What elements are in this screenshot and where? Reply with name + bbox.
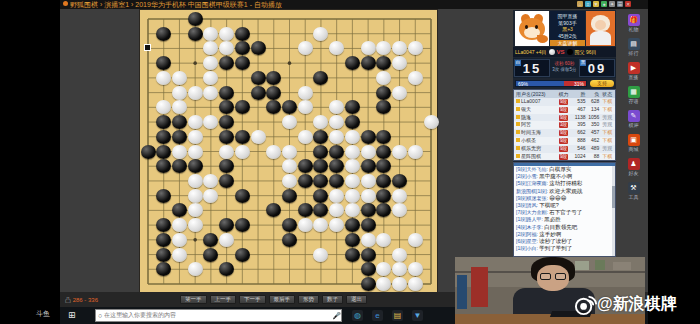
- rail-label: 排行: [629, 50, 639, 57]
- player-avatar-fox[interactable]: [515, 11, 549, 46]
- black-stone: [282, 233, 297, 247]
- black-stone: [313, 189, 328, 203]
- table-header-cell: 用户名(2023): [514, 90, 555, 98]
- rail-icon: 🎁: [628, 14, 640, 26]
- black-stone: [251, 41, 266, 55]
- black-stone: [361, 277, 376, 291]
- rail-item-排行[interactable]: ▤排行: [628, 38, 640, 57]
- white-stone: [156, 71, 171, 85]
- black-stone: [235, 130, 250, 144]
- table-row[interactable]: 隐逸9段11381056旁观: [514, 114, 615, 122]
- white-stone: [203, 27, 218, 41]
- black-stone: [251, 86, 266, 100]
- store-icon[interactable]: ▼: [412, 310, 423, 321]
- vs-label: VS: [557, 49, 565, 55]
- screenshot-root: 野狐围棋 › 演播室1 › 2019华为手机杯 中国围棋甲级联赛1 - 自动播放…: [0, 0, 700, 324]
- rail-icon: ⚒: [628, 182, 640, 194]
- white-stone: [172, 218, 187, 232]
- viewer-table-rows: LLa00079段535628下棋银天9段467134下棋隐逸9段1138105…: [514, 98, 615, 160]
- white-stone: [251, 130, 266, 144]
- black-stone: [235, 248, 250, 262]
- rail-item-存谱[interactable]: ▦存谱: [628, 86, 640, 105]
- board-control-button[interactable]: 第一手: [180, 295, 207, 304]
- black-stone: [156, 130, 171, 144]
- edge-icon[interactable]: e: [372, 310, 383, 321]
- white-stone: [172, 145, 187, 159]
- white-stone: [408, 277, 423, 291]
- white-stone: [188, 174, 203, 188]
- rail-icon: ▤: [628, 38, 640, 50]
- white-stone: [345, 145, 360, 159]
- white-stone: [172, 248, 187, 262]
- black-stone: [361, 218, 376, 232]
- info-line: 45胜2负: [550, 33, 585, 40]
- chat-line: [9段]棋迷老张: 😄😄😄: [514, 195, 615, 202]
- black-stone: [172, 115, 187, 129]
- black-stone: [361, 130, 376, 144]
- white-stone: [172, 233, 187, 247]
- timer-notes: 读秒 60秒 3次 保留5分: [550, 61, 579, 73]
- weibo-eye-icon: [574, 293, 597, 316]
- board-control-button[interactable]: 最后手: [269, 295, 296, 304]
- black-stone: [376, 130, 391, 144]
- stream-room-id: 凸 286 - 336: [65, 296, 98, 305]
- rail-label: 直播: [629, 74, 639, 81]
- table-header-cell: 负: [586, 90, 600, 98]
- white-stone: [203, 189, 218, 203]
- douyu-watermark: 斗鱼: [36, 309, 50, 319]
- white-stone: [361, 145, 376, 159]
- mic-icon: 🎤: [332, 312, 341, 320]
- user-icon: [516, 115, 520, 119]
- black-stone: [392, 174, 407, 188]
- board-control-button[interactable]: 下一手: [239, 295, 266, 304]
- cortana-icon[interactable]: ◍: [352, 310, 363, 321]
- black-stone: [376, 86, 391, 100]
- user-icon: [516, 122, 520, 126]
- taskbar-icons: ◍e▤▼: [352, 310, 423, 321]
- white-stone: [219, 233, 234, 247]
- black-stone: [156, 248, 171, 262]
- streamer-glasses: [540, 273, 566, 280]
- close-icon[interactable]: ✕: [625, 1, 631, 7]
- black-stone: [361, 262, 376, 276]
- black-stone: [188, 12, 203, 26]
- avatar-face: [595, 20, 606, 30]
- white-stone: [298, 130, 313, 144]
- sina-watermark: @新浪棋牌: [574, 293, 677, 316]
- white-stone: [408, 233, 423, 247]
- search-placeholder: 在这里输入你要搜索的内容: [104, 311, 332, 320]
- black-stone-icon: [567, 49, 573, 55]
- side-icon-rail: 🎁礼物▤排行▶直播▦存谱✎棋评▣商城♟好友⚒工具: [620, 14, 647, 201]
- explorer-icon[interactable]: ▤: [392, 310, 403, 321]
- white-stone: [329, 189, 344, 203]
- letterbox-right: [648, 0, 700, 324]
- refresh-icon[interactable]: ●: [601, 1, 607, 7]
- user-icon: [516, 138, 520, 142]
- timer-row: 白15 读秒 60秒 3次 保留5分 黑09: [513, 58, 616, 78]
- chat-line: [9段]天外飞仙: 白棋厚实: [514, 166, 615, 173]
- white-stone: [313, 248, 328, 262]
- white-stone: [345, 174, 360, 188]
- rail-item-好友[interactable]: ♟好友: [628, 158, 640, 177]
- black-stone: [235, 218, 250, 232]
- support-button[interactable]: 支持: [590, 80, 614, 87]
- support-left-pct: 69%: [518, 81, 528, 87]
- black-stone: [141, 145, 156, 159]
- black-stone: [345, 233, 360, 247]
- white-stone: [188, 189, 203, 203]
- viewer-table[interactable]: 用户名(2023)棋力胜负状态 LLa00079段535628下棋银天9段467…: [513, 89, 616, 161]
- start-button[interactable]: ⊞: [68, 311, 77, 320]
- webcam-shelf-item: [595, 260, 605, 270]
- fox-tail-icon: [537, 35, 548, 43]
- table-row[interactable]: 星阵围棋9段102488下棋: [514, 153, 615, 161]
- white-stone: [172, 71, 187, 85]
- chat-line: [5段]江湖夜雨: 这劫打得精彩: [514, 180, 615, 187]
- black-stone: [156, 189, 171, 203]
- white-stone: [392, 277, 407, 291]
- white-stone: [408, 71, 423, 85]
- chat-line: [1段]路人甲: 黑必胜: [514, 216, 615, 223]
- black-stone: [329, 174, 344, 188]
- black-stone: [345, 56, 360, 70]
- board-edge-marker: [144, 44, 151, 51]
- white-timer: 白15: [514, 59, 550, 77]
- board-controls: 第一手上一手下一手最后手形势数子退出: [180, 295, 367, 304]
- webcam-shelf-item: [575, 261, 589, 270]
- table-row[interactable]: LLa00079段535628下棋: [514, 98, 615, 106]
- black-tag: 黑: [580, 60, 586, 66]
- black-stone: [188, 159, 203, 173]
- viewer-table-header: 用户名(2023)棋力胜负状态: [514, 90, 615, 98]
- black-stone: [219, 130, 234, 144]
- chat-scrollbar[interactable]: [612, 166, 615, 257]
- black-stone: [376, 145, 391, 159]
- rail-label: 好友: [629, 170, 639, 177]
- chat-lines: [9段]天外飞仙: 白棋厚实[2段]小雪: 黑中腹不小啊[5段]江湖夜雨: 这劫…: [514, 166, 615, 252]
- white-stone-icon: [549, 49, 555, 55]
- white-stone: [392, 86, 407, 100]
- app-logo-icon: [63, 1, 68, 6]
- search-icon: ○: [96, 312, 104, 319]
- board-control-button[interactable]: 数子: [322, 295, 343, 304]
- info-banner: 大盘讲解: [550, 40, 585, 46]
- white-stone: [235, 145, 250, 159]
- rail-item-棋评[interactable]: ✎棋评: [628, 110, 640, 129]
- home-icon[interactable]: ⌂: [577, 1, 583, 7]
- rail-label: 存谱: [629, 98, 639, 105]
- filter-icon[interactable]: ▼: [593, 1, 599, 7]
- white-stone: [188, 145, 203, 159]
- white-stone: [188, 262, 203, 276]
- white-stone: [408, 262, 423, 276]
- window-toolbar: ⌂≡▼●✦☰✕: [577, 1, 631, 8]
- rail-icon: ▦: [628, 86, 640, 98]
- user-icon: [516, 99, 520, 103]
- black-stone: [203, 248, 218, 262]
- board-control-button[interactable]: 形势: [298, 295, 319, 304]
- game-info-block: 围甲直播第903手黑+345胜2负大盘讲解: [550, 11, 585, 46]
- black-stone: [156, 27, 171, 41]
- chat-line: 新浪围棋[1段]: 欢迎大家观战: [514, 188, 615, 195]
- avatar-body: [590, 31, 611, 45]
- letterbox-left: [0, 0, 60, 324]
- webcam-shelf-item: [613, 262, 631, 270]
- black-stone: [298, 159, 313, 173]
- white-stone: [408, 145, 423, 159]
- white-stone: [172, 86, 187, 100]
- table-row[interactable]: 阿苦3段395350旁观: [514, 121, 615, 129]
- black-stone: [266, 86, 281, 100]
- rail-label: 礼物: [629, 26, 639, 33]
- black-stone: [251, 71, 266, 85]
- chat-scrollbar-thumb[interactable]: [612, 186, 615, 208]
- list-icon[interactable]: ☰: [617, 1, 623, 7]
- chat-line: [3段]清风: 下棋呢?: [514, 202, 615, 209]
- support-row: 69% 31% 支持: [513, 79, 616, 88]
- black-stone: [329, 145, 344, 159]
- black-stone: [345, 218, 360, 232]
- chat-panel[interactable]: [9段]天外飞仙: 白棋厚实[2段]小雪: 黑中腹不小啊[5段]江湖夜雨: 这劫…: [513, 162, 616, 257]
- chat-line: [7段]大力金刚: 右下官子亏了: [514, 209, 615, 216]
- gear-icon[interactable]: ✦: [609, 1, 615, 7]
- table-header-cell: 棋力: [555, 90, 572, 98]
- black-stone: [313, 145, 328, 159]
- white-stone: [361, 189, 376, 203]
- black-stone: [235, 27, 250, 41]
- black-stone: [172, 130, 187, 144]
- white-tag: 白: [515, 60, 521, 66]
- black-stone: [345, 115, 360, 129]
- title-bar: 野狐围棋 › 演播室1 › 2019华为手机杯 中国围棋甲级联赛1 - 自动播放: [60, 0, 648, 9]
- white-stone: [345, 189, 360, 203]
- white-stone: [361, 233, 376, 247]
- rail-icon: ♟: [628, 158, 640, 170]
- board-control-button[interactable]: 退出: [346, 295, 367, 304]
- black-stone: [361, 159, 376, 173]
- chat-line: [6段]星空: 读秒了读秒了: [514, 238, 615, 245]
- white-stone: [298, 218, 313, 232]
- rail-icon: ▣: [628, 134, 640, 146]
- black-stone: [219, 86, 234, 100]
- vs-bar: LLa0047 +4目 VS 围父 96目: [513, 47, 616, 57]
- user-icon: [516, 146, 520, 150]
- chat-line: [4段]木子李: 白目数领先吧: [514, 224, 615, 231]
- rail-label: 棋评: [629, 122, 639, 129]
- white-stone: [188, 203, 203, 217]
- webcam-poster-red: [471, 267, 488, 307]
- white-stone: [298, 100, 313, 114]
- white-stone: [361, 41, 376, 55]
- go-board[interactable]: [140, 10, 437, 292]
- chat-line: [1段]小白: 学到了学到了: [514, 245, 615, 252]
- black-stone: [361, 56, 376, 70]
- white-stone: [282, 174, 297, 188]
- black-stone: [235, 189, 250, 203]
- user-icon: [516, 107, 520, 111]
- black-stone: [361, 203, 376, 217]
- white-stone: [345, 159, 360, 173]
- black-stone: [188, 27, 203, 41]
- table-row[interactable]: 时间玉海9段662457下棋: [514, 129, 615, 137]
- chat-line: [2段]小雪: 黑中腹不小啊: [514, 173, 615, 180]
- black-stone: [361, 248, 376, 262]
- white-stone: [188, 115, 203, 129]
- rail-label: 工具: [629, 194, 639, 201]
- rail-icon: ✎: [628, 110, 640, 122]
- white-stone: [188, 130, 203, 144]
- table-row[interactable]: 银天9段467134下棋: [514, 106, 615, 114]
- white-stone: [392, 145, 407, 159]
- support-right-pct: 31%: [574, 81, 584, 87]
- white-stone: [329, 130, 344, 144]
- white-stone: [188, 218, 203, 232]
- white-stone: [392, 189, 407, 203]
- black-player-label: 围父 96目: [575, 49, 597, 55]
- board-control-button[interactable]: 上一手: [210, 295, 237, 304]
- fox-eye-icon: [535, 25, 538, 29]
- white-stone: [282, 145, 297, 159]
- support-bar: 69% 31%: [515, 80, 587, 87]
- white-stone: [345, 130, 360, 144]
- webcam-poster-blue: [457, 275, 467, 309]
- white-stone: [298, 86, 313, 100]
- black-timer: 黑09: [579, 59, 615, 77]
- white-stone: [361, 174, 376, 188]
- black-stone: [156, 145, 171, 159]
- taskbar-search[interactable]: ○ 在这里输入你要搜索的内容 🎤: [95, 309, 342, 322]
- white-stone: [392, 248, 407, 262]
- table-header-cell: 状态: [599, 90, 615, 98]
- chat-line: [2段]阿福: 这手妙啊: [514, 231, 615, 238]
- white-player-label: LLa0047 +4目: [515, 49, 547, 55]
- watermark-text: @新浪棋牌: [597, 294, 677, 315]
- white-stone: [203, 86, 218, 100]
- table-row[interactable]: 棋乐无穷9段546489旁观: [514, 145, 615, 153]
- white-stone: [219, 145, 234, 159]
- user-icon: [516, 130, 520, 134]
- rail-label: 商城: [629, 146, 639, 153]
- black-stone: [156, 233, 171, 247]
- black-stone: [345, 248, 360, 262]
- layers-icon[interactable]: ≡: [585, 1, 591, 7]
- black-stone: [376, 189, 391, 203]
- table-header-cell: 胜: [572, 90, 586, 98]
- rail-item-商城[interactable]: ▣商城: [628, 134, 640, 153]
- black-stone: [282, 189, 297, 203]
- rail-icon: ▶: [628, 62, 640, 74]
- black-stone: [298, 174, 313, 188]
- right-panel: 围甲直播第903手黑+345胜2负大盘讲解 LLa0047 +4目 VS 围父 …: [513, 10, 616, 257]
- player-avatar-right[interactable]: [586, 11, 615, 46]
- rail-item-直播[interactable]: ▶直播: [628, 62, 640, 81]
- title-text: 野狐围棋 › 演播室1 › 2019华为手机杯 中国围棋甲级联赛1 - 自动播放: [70, 1, 282, 8]
- fox-eye-icon: [525, 25, 528, 29]
- table-row[interactable]: 小棋圣9段888462下棋: [514, 137, 615, 145]
- white-stone: [266, 145, 281, 159]
- white-stone: [219, 27, 234, 41]
- white-stone: [188, 86, 203, 100]
- white-stone: [424, 115, 439, 129]
- user-icon: [516, 154, 520, 158]
- white-stone: [282, 115, 297, 129]
- rail-item-工具[interactable]: ⚒工具: [628, 182, 640, 201]
- black-stone: [219, 174, 234, 188]
- rail-item-礼物[interactable]: 🎁礼物: [628, 14, 640, 33]
- black-stone: [235, 56, 250, 70]
